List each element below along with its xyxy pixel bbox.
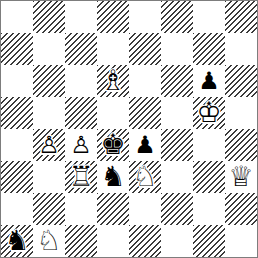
square-b4[interactable]: ♟♙ xyxy=(33,129,65,161)
square-f7[interactable] xyxy=(161,33,193,65)
square-f6[interactable] xyxy=(161,65,193,97)
square-f3[interactable] xyxy=(161,161,193,193)
square-d6[interactable]: ♝♗ xyxy=(97,65,129,97)
white-pawn[interactable]: ♟♙ xyxy=(65,129,97,161)
square-d8[interactable] xyxy=(97,1,129,33)
piece-glyph: ♘ xyxy=(33,225,65,257)
square-d2[interactable] xyxy=(97,193,129,225)
square-b3[interactable] xyxy=(33,161,65,193)
square-b7[interactable] xyxy=(33,33,65,65)
square-g3[interactable] xyxy=(193,161,225,193)
square-e5[interactable] xyxy=(129,97,161,129)
square-c3[interactable]: ♜♖ xyxy=(65,161,97,193)
square-a4[interactable] xyxy=(1,129,33,161)
piece-glyph: ♘ xyxy=(129,161,161,193)
square-e6[interactable] xyxy=(129,65,161,97)
chess-diagram: ♝♗♟♚♔♟♙♟♙♚♟♜♖♞♞♘♛♕♞♞♘ xyxy=(0,0,258,258)
square-g1[interactable] xyxy=(193,225,225,257)
square-h8[interactable] xyxy=(225,1,257,33)
square-e2[interactable] xyxy=(129,193,161,225)
square-f1[interactable] xyxy=(161,225,193,257)
square-f8[interactable] xyxy=(161,1,193,33)
square-h2[interactable] xyxy=(225,193,257,225)
square-g6[interactable]: ♟ xyxy=(193,65,225,97)
white-pawn[interactable]: ♟♙ xyxy=(33,129,65,161)
square-g2[interactable] xyxy=(193,193,225,225)
square-e1[interactable] xyxy=(129,225,161,257)
square-h3[interactable]: ♛♕ xyxy=(225,161,257,193)
square-h1[interactable] xyxy=(225,225,257,257)
square-b8[interactable] xyxy=(33,1,65,33)
square-f4[interactable] xyxy=(161,129,193,161)
square-a8[interactable] xyxy=(1,1,33,33)
piece-glyph: ♕ xyxy=(225,161,257,193)
piece-glyph: ♞ xyxy=(1,225,33,257)
square-h6[interactable] xyxy=(225,65,257,97)
square-c7[interactable] xyxy=(65,33,97,65)
square-g8[interactable] xyxy=(193,1,225,33)
square-b6[interactable] xyxy=(33,65,65,97)
square-c1[interactable] xyxy=(65,225,97,257)
square-c4[interactable]: ♟♙ xyxy=(65,129,97,161)
piece-glyph: ♞ xyxy=(97,161,129,193)
square-h7[interactable] xyxy=(225,33,257,65)
square-c5[interactable] xyxy=(65,97,97,129)
square-e3[interactable]: ♞♘ xyxy=(129,161,161,193)
white-queen[interactable]: ♛♕ xyxy=(225,161,257,193)
square-e7[interactable] xyxy=(129,33,161,65)
white-knight[interactable]: ♞♘ xyxy=(129,161,161,193)
black-king[interactable]: ♚ xyxy=(97,129,129,161)
white-knight[interactable]: ♞♘ xyxy=(33,225,65,257)
square-e4[interactable]: ♟ xyxy=(129,129,161,161)
black-knight[interactable]: ♞ xyxy=(97,161,129,193)
square-f2[interactable] xyxy=(161,193,193,225)
white-king[interactable]: ♚♔ xyxy=(193,97,225,129)
square-a2[interactable] xyxy=(1,193,33,225)
square-h4[interactable] xyxy=(225,129,257,161)
square-d1[interactable] xyxy=(97,225,129,257)
square-a1[interactable]: ♞ xyxy=(1,225,33,257)
square-g4[interactable] xyxy=(193,129,225,161)
piece-glyph: ♙ xyxy=(65,129,97,161)
square-b5[interactable] xyxy=(33,97,65,129)
white-rook[interactable]: ♜♖ xyxy=(65,161,97,193)
square-g7[interactable] xyxy=(193,33,225,65)
square-g5[interactable]: ♚♔ xyxy=(193,97,225,129)
square-c8[interactable] xyxy=(65,1,97,33)
square-b2[interactable] xyxy=(33,193,65,225)
square-b1[interactable]: ♞♘ xyxy=(33,225,65,257)
piece-glyph: ♟ xyxy=(129,129,161,161)
piece-glyph: ♟ xyxy=(193,65,225,97)
square-h5[interactable] xyxy=(225,97,257,129)
black-pawn[interactable]: ♟ xyxy=(129,129,161,161)
square-d5[interactable] xyxy=(97,97,129,129)
square-f5[interactable] xyxy=(161,97,193,129)
piece-glyph: ♖ xyxy=(65,161,97,193)
square-d3[interactable]: ♞ xyxy=(97,161,129,193)
square-a5[interactable] xyxy=(1,97,33,129)
square-c2[interactable] xyxy=(65,193,97,225)
square-d7[interactable] xyxy=(97,33,129,65)
piece-glyph: ♔ xyxy=(193,97,225,129)
white-bishop[interactable]: ♝♗ xyxy=(97,65,129,97)
square-a7[interactable] xyxy=(1,33,33,65)
chess-board: ♝♗♟♚♔♟♙♟♙♚♟♜♖♞♞♘♛♕♞♞♘ xyxy=(0,0,258,258)
black-pawn[interactable]: ♟ xyxy=(193,65,225,97)
square-a3[interactable] xyxy=(1,161,33,193)
square-e8[interactable] xyxy=(129,1,161,33)
square-a6[interactable] xyxy=(1,65,33,97)
black-knight[interactable]: ♞ xyxy=(1,225,33,257)
piece-glyph: ♙ xyxy=(33,129,65,161)
piece-glyph: ♗ xyxy=(97,65,129,97)
square-d4[interactable]: ♚ xyxy=(97,129,129,161)
square-c6[interactable] xyxy=(65,65,97,97)
piece-glyph: ♚ xyxy=(97,129,129,161)
